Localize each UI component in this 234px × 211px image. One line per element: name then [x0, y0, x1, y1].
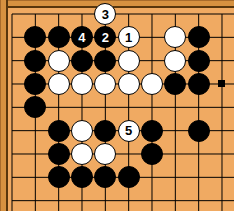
black-stone: [48, 166, 70, 188]
black-stone: [188, 120, 210, 142]
white-stone: [71, 120, 93, 142]
black-stone: [48, 26, 70, 48]
white-stone: [164, 50, 186, 72]
star-point: [218, 80, 225, 87]
black-stone: [118, 166, 140, 188]
black-stone: [48, 120, 70, 142]
white-stone-move-5: 5: [118, 120, 140, 142]
white-stone: [118, 73, 140, 95]
white-stone: [48, 73, 70, 95]
white-stone: [71, 143, 93, 165]
black-stone: [141, 143, 163, 165]
black-stone: [188, 50, 210, 72]
go-board-diagram: 34215: [0, 0, 234, 211]
white-stone: [48, 50, 70, 72]
white-stone-move-1: 1: [118, 26, 140, 48]
black-stone: [94, 50, 116, 72]
black-stone: [48, 143, 70, 165]
black-stone: [141, 120, 163, 142]
black-stone: [71, 50, 93, 72]
black-stone: [188, 26, 210, 48]
black-stone: [188, 73, 210, 95]
white-stone: [71, 73, 93, 95]
white-stone: [118, 50, 140, 72]
white-stone: [141, 73, 163, 95]
black-stone: [24, 50, 46, 72]
black-stone: [94, 120, 116, 142]
